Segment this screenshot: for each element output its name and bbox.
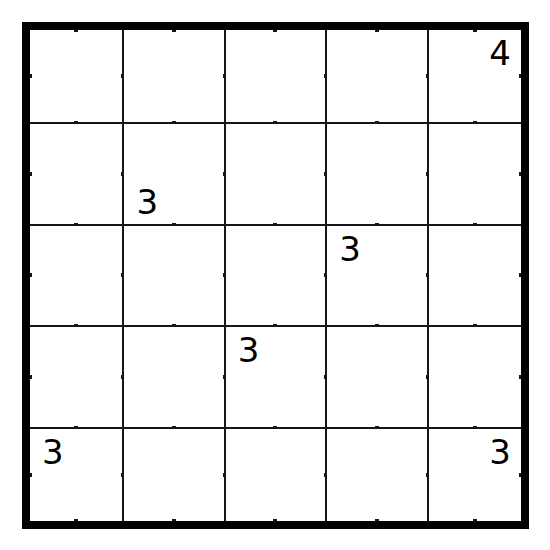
edge-tick: [473, 30, 477, 32]
cell-r4c1[interactable]: [30, 327, 124, 428]
cell-r1c5[interactable]: 4: [429, 30, 521, 124]
cell-r2c2[interactable]: 3: [124, 124, 225, 225]
cell-r5c4[interactable]: [327, 429, 428, 521]
cell-r3c4[interactable]: 3: [327, 226, 428, 327]
cell-r3c1[interactable]: [30, 226, 124, 327]
edge-tick: [30, 74, 32, 78]
edge-tick: [375, 519, 379, 521]
edge-tick: [30, 473, 32, 477]
cell-r1c3[interactable]: [226, 30, 327, 124]
cell-r2c3[interactable]: [226, 124, 327, 225]
clue-number: 3: [489, 435, 511, 469]
edge-tick: [519, 74, 521, 78]
edge-tick: [519, 273, 521, 277]
clue-number: 3: [42, 435, 64, 469]
cell-r4c5[interactable]: [429, 327, 521, 428]
cell-r3c3[interactable]: [226, 226, 327, 327]
cell-r5c3[interactable]: [226, 429, 327, 521]
cell-r4c3[interactable]: 3: [226, 327, 327, 428]
cell-r1c4[interactable]: [327, 30, 428, 124]
edge-tick: [30, 273, 32, 277]
cell-r5c5[interactable]: 3: [429, 429, 521, 521]
edge-tick: [375, 30, 379, 32]
edge-tick: [172, 30, 176, 32]
cell-r4c2[interactable]: [124, 327, 225, 428]
cell-r2c5[interactable]: [429, 124, 521, 225]
cell-r4c4[interactable]: [327, 327, 428, 428]
cell-r2c4[interactable]: [327, 124, 428, 225]
edge-tick: [519, 172, 521, 176]
puzzle-board: 433333: [22, 22, 529, 529]
cell-r5c2[interactable]: [124, 429, 225, 521]
edge-tick: [74, 519, 78, 521]
cell-r3c5[interactable]: [429, 226, 521, 327]
clue-number: 4: [489, 36, 511, 70]
edge-tick: [30, 375, 32, 379]
edge-tick: [473, 519, 477, 521]
edge-tick: [172, 519, 176, 521]
edge-tick: [519, 473, 521, 477]
edge-tick: [273, 519, 277, 521]
cell-r1c1[interactable]: [30, 30, 124, 124]
clue-number: 3: [238, 333, 260, 367]
puzzle-page: 433333: [0, 0, 550, 550]
edge-tick: [30, 172, 32, 176]
cell-r3c2[interactable]: [124, 226, 225, 327]
clue-number: 3: [339, 232, 361, 266]
cell-r2c1[interactable]: [30, 124, 124, 225]
clue-number: 3: [136, 185, 158, 219]
cell-r1c2[interactable]: [124, 30, 225, 124]
cell-r5c1[interactable]: 3: [30, 429, 124, 521]
edge-tick: [273, 30, 277, 32]
edge-tick: [74, 30, 78, 32]
edge-tick: [519, 375, 521, 379]
